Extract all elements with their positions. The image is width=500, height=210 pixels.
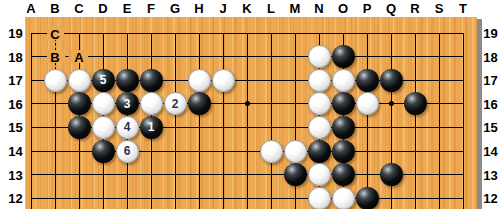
grid-line-col-R — [415, 33, 416, 210]
grid-line-col-A — [31, 33, 32, 210]
stone-black-C15 — [68, 116, 91, 139]
stone-white-M14 — [284, 140, 307, 163]
column-label-H: H — [194, 1, 203, 14]
stone-white-N16 — [308, 92, 331, 115]
column-label-F: F — [147, 1, 155, 14]
stone-black-D17-move-5: 5 — [92, 69, 115, 92]
stone-black-O13 — [332, 163, 355, 186]
column-label-J: J — [219, 1, 226, 14]
stone-black-O14 — [332, 140, 355, 163]
star-point-Q16 — [389, 101, 394, 106]
stone-black-D14 — [92, 140, 115, 163]
stone-white-G16-move-2: 2 — [164, 92, 187, 115]
row-label-left-18: 18 — [8, 50, 22, 63]
star-point-K16 — [245, 101, 250, 106]
point-label-B-B18: B — [50, 51, 59, 64]
column-label-Q: Q — [386, 1, 396, 14]
column-label-O: O — [338, 1, 348, 14]
stone-white-B17 — [44, 69, 67, 92]
column-label-P: P — [363, 1, 372, 14]
row-label-right-19: 19 — [483, 27, 497, 40]
stone-black-P17 — [356, 69, 379, 92]
point-label-A-C18: A — [74, 51, 83, 64]
stone-black-M13 — [284, 163, 307, 186]
board-shadow — [477, 19, 482, 209]
grid-line-col-P — [367, 33, 368, 210]
grid-line-col-J — [223, 33, 224, 210]
grid-line-col-K — [247, 33, 248, 210]
grid-line-col-T — [463, 33, 464, 210]
go-board[interactable]: ABC532416 — [25, 17, 477, 209]
row-label-left-15: 15 — [8, 121, 22, 134]
column-label-R: R — [410, 1, 419, 14]
row-label-right-17: 17 — [483, 74, 497, 87]
row-label-left-16: 16 — [8, 97, 22, 110]
column-label-S: S — [435, 1, 444, 14]
grid-line-row-18 — [31, 56, 464, 57]
column-label-A: A — [26, 1, 35, 14]
stone-black-E17 — [116, 69, 139, 92]
stone-white-D16 — [92, 92, 115, 115]
grid-line-row-19 — [31, 33, 464, 34]
column-label-K: K — [242, 1, 251, 14]
stone-black-F17 — [140, 69, 163, 92]
column-label-B: B — [50, 1, 59, 14]
stone-black-Q13 — [380, 163, 403, 186]
row-label-left-19: 19 — [8, 27, 22, 40]
column-label-M: M — [290, 1, 301, 14]
stone-white-N12 — [308, 187, 331, 209]
column-label-L: L — [267, 1, 275, 14]
row-label-right-13: 13 — [483, 168, 497, 181]
row-label-right-14: 14 — [483, 145, 497, 158]
stone-white-D15 — [92, 116, 115, 139]
grid-line-col-H — [199, 33, 200, 210]
row-label-left-17: 17 — [8, 74, 22, 87]
column-label-G: G — [170, 1, 180, 14]
grid-line-col-G — [175, 33, 176, 210]
stone-black-O16 — [332, 92, 355, 115]
stone-black-O15 — [332, 116, 355, 139]
stone-black-Q17 — [380, 69, 403, 92]
stone-white-E14-move-6: 6 — [116, 140, 139, 163]
stone-black-F15-move-1: 1 — [140, 116, 163, 139]
row-label-right-16: 16 — [483, 97, 497, 110]
stone-white-N17 — [308, 69, 331, 92]
stone-black-C16 — [68, 92, 91, 115]
row-label-left-12: 12 — [8, 192, 22, 205]
stone-black-H16 — [188, 92, 211, 115]
point-label-C-B19: C — [50, 27, 59, 40]
stone-white-J17 — [212, 69, 235, 92]
stone-white-N15 — [308, 116, 331, 139]
stone-black-E16-move-3: 3 — [116, 92, 139, 115]
grid-line-row-12 — [31, 198, 464, 199]
stone-white-N13 — [308, 163, 331, 186]
go-board-diagram: ABCDEFGHJKLMNOPQRST 1918171615141312 191… — [0, 0, 500, 209]
stone-black-N14 — [308, 140, 331, 163]
stone-black-P12 — [356, 187, 379, 209]
column-label-N: N — [314, 1, 323, 14]
stone-white-N18 — [308, 45, 331, 68]
column-label-D: D — [98, 1, 107, 14]
stone-white-E15-move-4: 4 — [116, 116, 139, 139]
stone-black-R16 — [404, 92, 427, 115]
grid-line-col-S — [439, 33, 440, 210]
row-label-right-18: 18 — [483, 50, 497, 63]
stone-white-O17 — [332, 69, 355, 92]
stone-white-L14 — [260, 140, 283, 163]
stone-white-H17 — [188, 69, 211, 92]
row-label-right-12: 12 — [483, 192, 497, 205]
column-label-T: T — [459, 1, 467, 14]
stone-black-O18 — [332, 45, 355, 68]
column-label-C: C — [74, 1, 83, 14]
stone-white-P16 — [356, 92, 379, 115]
grid-line-col-L — [271, 33, 272, 210]
stone-white-O12 — [332, 187, 355, 209]
row-label-right-15: 15 — [483, 121, 497, 134]
stone-white-F16 — [140, 92, 163, 115]
column-label-E: E — [123, 1, 132, 14]
stone-white-C17 — [68, 69, 91, 92]
row-label-left-13: 13 — [8, 168, 22, 181]
row-label-left-14: 14 — [8, 145, 22, 158]
